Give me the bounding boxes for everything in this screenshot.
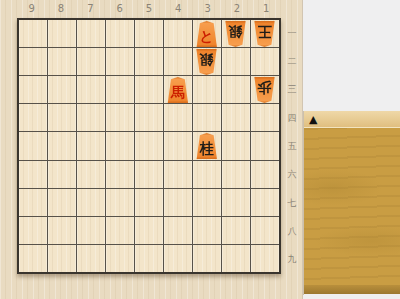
board-square[interactable] bbox=[77, 217, 105, 244]
board-square[interactable] bbox=[19, 48, 47, 75]
board-square[interactable] bbox=[251, 217, 279, 244]
shogi-app: 987654321 一二三四五六七八九 と銀王銀馬歩桂 ▲ bbox=[0, 0, 400, 299]
komadai-header: ▲ bbox=[304, 111, 400, 128]
side-panel: ▲ bbox=[303, 0, 400, 299]
board-square[interactable] bbox=[106, 104, 134, 131]
board-square[interactable] bbox=[135, 217, 163, 244]
board-margin-wood: 987654321 一二三四五六七八九 と銀王銀馬歩桂 bbox=[0, 0, 303, 299]
board-square[interactable] bbox=[106, 217, 134, 244]
rank-label: 四 bbox=[282, 104, 302, 132]
board-square[interactable] bbox=[251, 20, 279, 47]
board-square[interactable] bbox=[193, 132, 221, 159]
board-square[interactable] bbox=[77, 48, 105, 75]
rank-label: 一 bbox=[282, 19, 302, 47]
board-square[interactable] bbox=[48, 76, 76, 103]
board-square[interactable] bbox=[106, 48, 134, 75]
board-square[interactable] bbox=[48, 48, 76, 75]
board-square[interactable] bbox=[251, 76, 279, 103]
board-square[interactable] bbox=[193, 76, 221, 103]
board-square[interactable] bbox=[135, 48, 163, 75]
board-square[interactable] bbox=[19, 20, 47, 47]
board-square[interactable] bbox=[193, 189, 221, 216]
file-label: 8 bbox=[46, 0, 75, 18]
rank-label: 八 bbox=[282, 217, 302, 245]
board-grid bbox=[19, 20, 279, 272]
board-square[interactable] bbox=[106, 161, 134, 188]
board-square[interactable] bbox=[106, 20, 134, 47]
board-square[interactable] bbox=[19, 217, 47, 244]
board-square[interactable] bbox=[135, 245, 163, 272]
board-square[interactable] bbox=[164, 76, 192, 103]
board-square[interactable] bbox=[164, 161, 192, 188]
rank-label: 三 bbox=[282, 76, 302, 104]
board-square[interactable] bbox=[222, 245, 250, 272]
komadai-tray[interactable] bbox=[304, 128, 400, 285]
board-square[interactable] bbox=[48, 189, 76, 216]
board-square[interactable] bbox=[193, 245, 221, 272]
board-square[interactable] bbox=[77, 132, 105, 159]
file-label: 1 bbox=[252, 0, 281, 18]
board-square[interactable] bbox=[164, 189, 192, 216]
board-square[interactable] bbox=[164, 217, 192, 244]
board-square[interactable] bbox=[164, 20, 192, 47]
shogi-board: と銀王銀馬歩桂 bbox=[17, 18, 281, 274]
board-square[interactable] bbox=[135, 189, 163, 216]
board-square[interactable] bbox=[135, 132, 163, 159]
board-square[interactable] bbox=[77, 161, 105, 188]
board-square[interactable] bbox=[251, 132, 279, 159]
board-square[interactable] bbox=[77, 245, 105, 272]
board-square[interactable] bbox=[19, 245, 47, 272]
rank-label: 六 bbox=[282, 161, 302, 189]
board-square[interactable] bbox=[106, 76, 134, 103]
board-square[interactable] bbox=[222, 48, 250, 75]
file-label: 6 bbox=[105, 0, 134, 18]
rank-label: 二 bbox=[282, 47, 302, 75]
board-square[interactable] bbox=[106, 245, 134, 272]
board-square[interactable] bbox=[48, 161, 76, 188]
board-square[interactable] bbox=[251, 161, 279, 188]
board-square[interactable] bbox=[48, 245, 76, 272]
board-square[interactable] bbox=[19, 161, 47, 188]
board-square[interactable] bbox=[135, 76, 163, 103]
board-square[interactable] bbox=[77, 20, 105, 47]
board-square[interactable] bbox=[77, 189, 105, 216]
rank-label: 五 bbox=[282, 132, 302, 160]
board-square[interactable] bbox=[19, 189, 47, 216]
board-square[interactable] bbox=[193, 48, 221, 75]
board-square[interactable] bbox=[135, 161, 163, 188]
file-label: 4 bbox=[164, 0, 193, 18]
board-square[interactable] bbox=[164, 48, 192, 75]
board-square[interactable] bbox=[251, 245, 279, 272]
board-square[interactable] bbox=[193, 161, 221, 188]
board-square[interactable] bbox=[19, 132, 47, 159]
board-square[interactable] bbox=[77, 76, 105, 103]
board-square[interactable] bbox=[193, 217, 221, 244]
board-square[interactable] bbox=[48, 104, 76, 131]
rank-labels: 一二三四五六七八九 bbox=[282, 19, 302, 274]
rank-label: 七 bbox=[282, 189, 302, 217]
file-label: 3 bbox=[193, 0, 222, 18]
board-square[interactable] bbox=[251, 189, 279, 216]
board-square[interactable] bbox=[164, 132, 192, 159]
board-square[interactable] bbox=[193, 104, 221, 131]
file-label: 7 bbox=[76, 0, 105, 18]
board-square[interactable] bbox=[222, 132, 250, 159]
rank-label: 九 bbox=[282, 246, 302, 274]
board-square[interactable] bbox=[251, 104, 279, 131]
board-square[interactable] bbox=[164, 245, 192, 272]
komadai-bottom-edge bbox=[304, 285, 400, 294]
board-square[interactable] bbox=[164, 104, 192, 131]
board-square[interactable] bbox=[106, 132, 134, 159]
board-square[interactable] bbox=[135, 20, 163, 47]
board-square[interactable] bbox=[222, 189, 250, 216]
board-square[interactable] bbox=[19, 104, 47, 131]
board-square[interactable] bbox=[77, 104, 105, 131]
board-square[interactable] bbox=[222, 217, 250, 244]
file-label: 2 bbox=[222, 0, 251, 18]
file-labels: 987654321 bbox=[17, 0, 281, 18]
board-square[interactable] bbox=[222, 104, 250, 131]
board-square[interactable] bbox=[222, 161, 250, 188]
komadai-piece-stand: ▲ bbox=[303, 111, 400, 295]
board-square[interactable] bbox=[48, 20, 76, 47]
file-label: 5 bbox=[134, 0, 163, 18]
board-square[interactable] bbox=[222, 76, 250, 103]
sente-turn-indicator: ▲ bbox=[304, 111, 317, 128]
board-square[interactable] bbox=[19, 76, 47, 103]
board-square[interactable] bbox=[48, 217, 76, 244]
board-square[interactable] bbox=[48, 132, 76, 159]
file-label: 9 bbox=[17, 0, 46, 18]
board-square[interactable] bbox=[106, 189, 134, 216]
board-square[interactable] bbox=[251, 48, 279, 75]
board-square[interactable] bbox=[135, 104, 163, 131]
board-square[interactable] bbox=[193, 20, 221, 47]
board-square[interactable] bbox=[222, 20, 250, 47]
